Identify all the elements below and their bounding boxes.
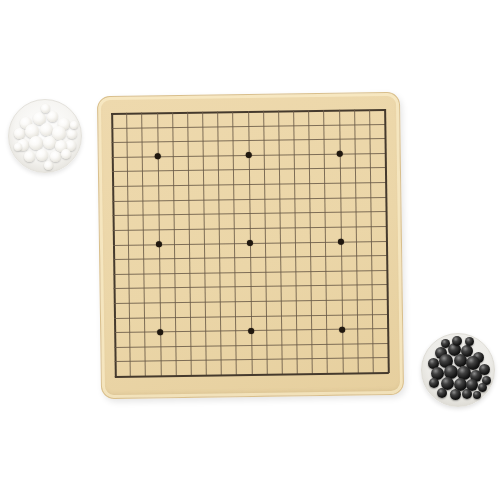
black-stone — [462, 389, 472, 399]
black-stone — [441, 339, 450, 348]
go-board — [97, 92, 404, 399]
white-stone — [44, 161, 53, 170]
white-stone — [67, 129, 77, 139]
board-grid — [111, 109, 389, 377]
star-point — [156, 241, 162, 247]
black-stone — [465, 337, 474, 346]
star-point — [155, 154, 161, 160]
white-stone — [40, 123, 53, 136]
white-stone — [70, 121, 78, 129]
black-stone — [437, 388, 447, 398]
star-point — [157, 329, 163, 335]
grid-line-vertical — [384, 109, 390, 373]
white-stone — [50, 151, 61, 162]
star-point — [339, 326, 345, 332]
black-stone — [429, 378, 439, 388]
black-stone — [452, 336, 462, 346]
black-stone — [478, 383, 487, 392]
white-stone — [43, 136, 56, 149]
white-stone-bowl — [8, 99, 82, 173]
star-point — [337, 151, 343, 157]
white-stone — [14, 143, 22, 151]
star-point — [338, 239, 344, 245]
product-photo-scene — [0, 0, 500, 500]
star-point — [247, 240, 253, 246]
black-stone-bowl — [421, 333, 495, 407]
white-stone — [14, 128, 25, 139]
black-stone — [454, 354, 467, 367]
star-point — [246, 152, 252, 158]
black-stone — [450, 389, 461, 400]
white-stone — [41, 104, 50, 113]
white-stone — [36, 149, 48, 161]
white-stone — [29, 136, 43, 150]
white-stone — [24, 151, 35, 162]
star-point — [248, 328, 254, 334]
black-stone — [473, 391, 481, 399]
white-stone — [61, 149, 71, 159]
